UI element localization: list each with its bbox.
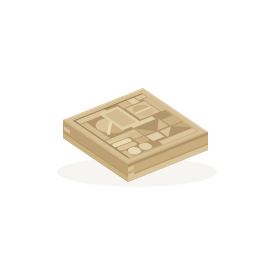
product-photo	[0, 0, 270, 270]
product-photo-svg	[0, 0, 270, 270]
